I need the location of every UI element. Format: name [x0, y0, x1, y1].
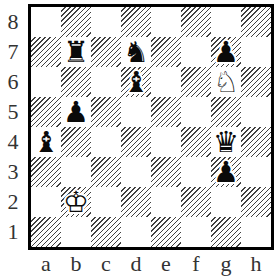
- square-g3: ♟: [211, 157, 241, 187]
- piece-black-pawn-b5: ♟: [61, 97, 91, 127]
- piece-white-knight-g6: ♘: [211, 67, 241, 97]
- square-a3: [31, 157, 61, 187]
- board-frame: ♜♞♟♝♞♘♟♝♛♟♚♔: [28, 4, 274, 250]
- square-a8: [31, 7, 61, 37]
- square-a1: [31, 217, 61, 247]
- square-d2: [121, 187, 151, 217]
- square-e7: [151, 37, 181, 67]
- square-d7: ♞: [121, 37, 151, 67]
- chess-diagram-page: 87654321 ♜♞♟♝♞♘♟♝♛♟♚♔ abcdefgh: [0, 0, 279, 279]
- square-a4: ♝: [31, 127, 61, 157]
- piece-black-rook-b7: ♜: [61, 37, 91, 67]
- square-g2: [211, 187, 241, 217]
- square-d6: ♝: [121, 67, 151, 97]
- rank-label-8: 8: [0, 7, 26, 37]
- rank-label-6: 6: [0, 67, 26, 97]
- file-label-e: e: [151, 249, 181, 279]
- square-b5: ♟: [61, 97, 91, 127]
- square-a2: [31, 187, 61, 217]
- square-d3: [121, 157, 151, 187]
- piece-black-queen-g4: ♛: [211, 127, 241, 157]
- file-label-d: d: [121, 249, 151, 279]
- square-e2: [151, 187, 181, 217]
- square-a6: [31, 67, 61, 97]
- square-b2: ♚♔: [61, 187, 91, 217]
- square-f6: [181, 67, 211, 97]
- rank-label-1: 1: [0, 217, 26, 247]
- piece-black-bishop-d6: ♝: [121, 67, 151, 97]
- square-d8: [121, 7, 151, 37]
- piece-white-king-fill: ♚: [61, 187, 91, 217]
- file-label-f: f: [181, 249, 211, 279]
- square-a5: [31, 97, 61, 127]
- piece-white-king-b2: ♔: [61, 187, 91, 217]
- square-e6: [151, 67, 181, 97]
- square-d4: [121, 127, 151, 157]
- square-c7: [91, 37, 121, 67]
- square-b6: [61, 67, 91, 97]
- square-a7: [31, 37, 61, 67]
- piece-black-bishop-a4: ♝: [31, 127, 61, 157]
- square-f7: [181, 37, 211, 67]
- piece-black-pawn-g7: ♟: [211, 37, 241, 67]
- file-labels: abcdefgh: [31, 249, 271, 279]
- square-g1: [211, 217, 241, 247]
- square-f3: [181, 157, 211, 187]
- square-e4: [151, 127, 181, 157]
- square-c1: [91, 217, 121, 247]
- square-e5: [151, 97, 181, 127]
- square-c4: [91, 127, 121, 157]
- rank-label-3: 3: [0, 157, 26, 187]
- square-c2: [91, 187, 121, 217]
- piece-black-knight-d7: ♞: [121, 37, 151, 67]
- square-b4: [61, 127, 91, 157]
- square-e8: [151, 7, 181, 37]
- square-c6: [91, 67, 121, 97]
- square-h2: [241, 187, 271, 217]
- piece-white-knight-fill: ♞: [211, 67, 241, 97]
- square-b7: ♜: [61, 37, 91, 67]
- square-e1: [151, 217, 181, 247]
- chess-board: ♜♞♟♝♞♘♟♝♛♟♚♔: [31, 7, 271, 247]
- square-g5: [211, 97, 241, 127]
- square-g4: ♛: [211, 127, 241, 157]
- square-f8: [181, 7, 211, 37]
- square-g7: ♟: [211, 37, 241, 67]
- piece-black-pawn-g3: ♟: [211, 157, 241, 187]
- square-f5: [181, 97, 211, 127]
- square-h8: [241, 7, 271, 37]
- square-h6: [241, 67, 271, 97]
- square-e3: [151, 157, 181, 187]
- rank-labels: 87654321: [0, 7, 26, 247]
- square-g8: [211, 7, 241, 37]
- rank-label-2: 2: [0, 187, 26, 217]
- file-label-a: a: [31, 249, 61, 279]
- square-c5: [91, 97, 121, 127]
- file-label-b: b: [61, 249, 91, 279]
- square-d5: [121, 97, 151, 127]
- rank-label-7: 7: [0, 37, 26, 67]
- square-g6: ♞♘: [211, 67, 241, 97]
- square-f4: [181, 127, 211, 157]
- rank-label-4: 4: [0, 127, 26, 157]
- square-b1: [61, 217, 91, 247]
- square-h5: [241, 97, 271, 127]
- rank-label-5: 5: [0, 97, 26, 127]
- square-b8: [61, 7, 91, 37]
- square-f2: [181, 187, 211, 217]
- square-h4: [241, 127, 271, 157]
- file-label-g: g: [211, 249, 241, 279]
- square-f1: [181, 217, 211, 247]
- square-h7: [241, 37, 271, 67]
- square-c3: [91, 157, 121, 187]
- square-d1: [121, 217, 151, 247]
- square-b3: [61, 157, 91, 187]
- square-h3: [241, 157, 271, 187]
- square-c8: [91, 7, 121, 37]
- square-h1: [241, 217, 271, 247]
- file-label-c: c: [91, 249, 121, 279]
- file-label-h: h: [241, 249, 271, 279]
